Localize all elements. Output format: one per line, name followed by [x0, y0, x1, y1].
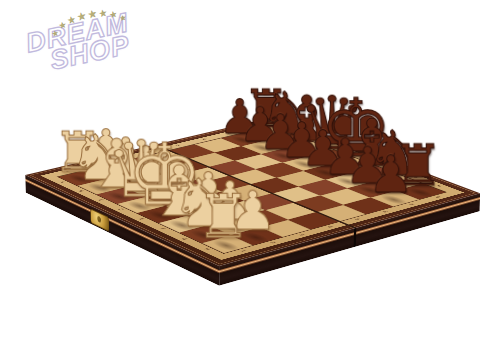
star-icon: ★: [67, 16, 76, 25]
dreamshop-watermark: ★★★★★★★★ DREAM SHOP: [21, 0, 160, 76]
star-icon: ★: [77, 12, 87, 22]
star-icon: ★: [110, 11, 118, 19]
product-photo-scene: ★★★★★★★★ DREAM SHOP AABBCCDDEEFFGGHH1122…: [0, 0, 480, 360]
star-icon: ★: [88, 10, 98, 20]
chess-board: AABBCCDDEEFFGGHH1122334455667788 ♜♞♝♛♚♝♞…: [25, 117, 480, 266]
star-icon: ★: [120, 14, 127, 21]
box-fold-gap: [354, 228, 357, 248]
brass-clasp-icon: [90, 208, 109, 231]
star-icon: ★: [59, 22, 67, 30]
star-icon: ★: [52, 30, 59, 37]
star-icon: ★: [99, 9, 108, 18]
